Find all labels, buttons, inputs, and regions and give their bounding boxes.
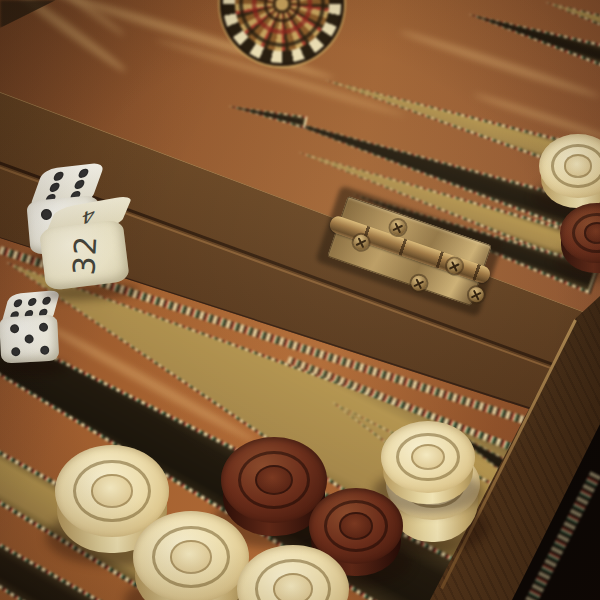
checker-hub [564, 154, 592, 177]
cube-front-value: 32 [51, 212, 117, 299]
die-pip [73, 179, 86, 189]
die-pip [48, 182, 61, 192]
checker-cream[interactable] [237, 545, 349, 600]
die-front-face [0, 315, 59, 364]
checker-top [237, 545, 349, 600]
checker-cream[interactable] [539, 134, 600, 208]
die-pip [27, 297, 37, 306]
checker-hub [273, 573, 313, 600]
die-pip [11, 347, 20, 356]
checker-cream[interactable] [133, 511, 249, 600]
die-pip [9, 324, 18, 333]
die-pip [39, 345, 48, 354]
checker-hub [91, 474, 132, 507]
checker-top [133, 511, 249, 600]
checker-dark[interactable] [560, 203, 600, 273]
die-pip [38, 322, 47, 331]
pieces-layer: 432 [0, 0, 600, 600]
doubling-cube[interactable]: 432 [40, 200, 133, 296]
die-pip [24, 334, 33, 343]
die-pip [13, 298, 23, 307]
die-front-face: 32 [39, 219, 130, 291]
checker-hub [339, 512, 373, 539]
checker-top [381, 421, 475, 493]
die-pip [77, 168, 90, 178]
checker-hub [411, 444, 445, 470]
die-pip [52, 171, 65, 181]
checker-hub [170, 540, 212, 573]
backgammon-board-photo: 432 [0, 0, 600, 600]
die-2[interactable] [0, 291, 61, 370]
